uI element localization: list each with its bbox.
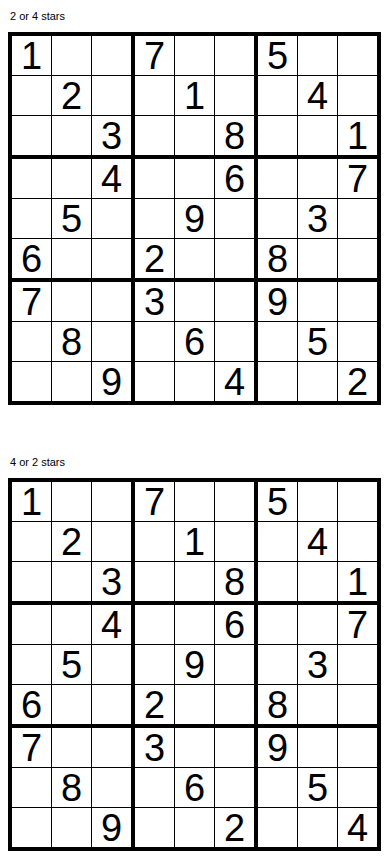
cell-r9c2 — [51, 807, 91, 847]
cell-r6c7: 8 — [254, 238, 297, 278]
sudoku-sheet: 2 or 4 stars 175214381467593628739865942… — [0, 0, 389, 857]
cell-r9c1 — [12, 807, 51, 847]
cell-r4c5 — [174, 601, 214, 644]
cell-r8c6 — [214, 767, 254, 807]
cell-r4c9: 7 — [337, 155, 377, 198]
cell-r9c4 — [131, 361, 174, 401]
cell-r4c1 — [12, 601, 51, 644]
cell-r3c8 — [297, 115, 337, 155]
cell-r1c7: 5 — [254, 36, 297, 75]
cell-r7c3 — [91, 724, 131, 767]
cell-r3c9: 1 — [337, 115, 377, 155]
cell-r1c9 — [337, 36, 377, 75]
cell-r3c4 — [131, 561, 174, 601]
cell-r2c5: 1 — [174, 75, 214, 115]
cell-r1c4: 7 — [131, 36, 174, 75]
cell-r2c2: 2 — [51, 521, 91, 561]
cell-r9c8 — [297, 361, 337, 401]
cell-r6c8 — [297, 684, 337, 724]
cell-r1c6 — [214, 36, 254, 75]
cell-r3c7 — [254, 561, 297, 601]
cell-r7c6 — [214, 724, 254, 767]
cell-r1c6 — [214, 482, 254, 521]
cell-r1c8 — [297, 482, 337, 521]
cell-r9c9: 4 — [337, 807, 377, 847]
puzzle-label: 2 or 4 stars — [10, 10, 381, 23]
puzzle-section-1: 2 or 4 stars 175214381467593628739865942 — [8, 10, 381, 405]
cell-r6c5 — [174, 684, 214, 724]
cell-r3c3: 3 — [91, 561, 131, 601]
cell-r2c5: 1 — [174, 521, 214, 561]
cell-r6c2 — [51, 238, 91, 278]
cell-r2c9 — [337, 521, 377, 561]
cell-r7c4: 3 — [131, 724, 174, 767]
cell-r7c4: 3 — [131, 278, 174, 321]
cell-r4c4 — [131, 155, 174, 198]
cell-r1c2 — [51, 36, 91, 75]
cell-r7c8 — [297, 724, 337, 767]
cell-r5c4 — [131, 198, 174, 238]
cell-r4c5 — [174, 155, 214, 198]
cell-r6c3 — [91, 238, 131, 278]
cell-r8c7 — [254, 321, 297, 361]
cell-r6c1: 6 — [12, 684, 51, 724]
cell-r6c9 — [337, 684, 377, 724]
cell-r3c1 — [12, 561, 51, 601]
cell-r4c7 — [254, 155, 297, 198]
cell-r6c4: 2 — [131, 238, 174, 278]
cell-r7c3 — [91, 278, 131, 321]
cell-r4c2 — [51, 155, 91, 198]
cell-r7c2 — [51, 278, 91, 321]
cell-r9c1 — [12, 361, 51, 401]
cell-r3c6: 8 — [214, 115, 254, 155]
cell-r2c9 — [337, 75, 377, 115]
cell-r6c3 — [91, 684, 131, 724]
cell-r1c3 — [91, 36, 131, 75]
cell-r8c2: 8 — [51, 321, 91, 361]
cell-r1c5 — [174, 36, 214, 75]
cell-r1c9 — [337, 482, 377, 521]
cell-r7c9 — [337, 278, 377, 321]
cell-r2c7 — [254, 75, 297, 115]
cell-r2c7 — [254, 521, 297, 561]
cell-r3c1 — [12, 115, 51, 155]
cell-r2c4 — [131, 75, 174, 115]
cell-r2c8: 4 — [297, 521, 337, 561]
cell-r4c6: 6 — [214, 155, 254, 198]
cell-r3c5 — [174, 561, 214, 601]
cell-r5c2: 5 — [51, 644, 91, 684]
cell-r7c1: 7 — [12, 724, 51, 767]
cell-r8c3 — [91, 321, 131, 361]
cell-r5c5: 9 — [174, 198, 214, 238]
cell-r3c7 — [254, 115, 297, 155]
cell-r6c4: 2 — [131, 684, 174, 724]
cell-r2c2: 2 — [51, 75, 91, 115]
cell-r1c1: 1 — [12, 482, 51, 521]
cell-r3c5 — [174, 115, 214, 155]
cell-r2c3 — [91, 521, 131, 561]
cell-r1c3 — [91, 482, 131, 521]
cell-r5c9 — [337, 644, 377, 684]
sudoku-board: 175214381467593628739865942 — [8, 32, 381, 405]
cell-r8c4 — [131, 767, 174, 807]
cell-r1c8 — [297, 36, 337, 75]
cell-r7c2 — [51, 724, 91, 767]
cell-r4c9: 7 — [337, 601, 377, 644]
puzzle-label: 4 or 2 stars — [10, 456, 381, 469]
cell-r5c3 — [91, 198, 131, 238]
cell-r9c3: 9 — [91, 807, 131, 847]
cell-r5c8: 3 — [297, 198, 337, 238]
cell-r1c2 — [51, 482, 91, 521]
cell-r7c9 — [337, 724, 377, 767]
cell-r8c3 — [91, 767, 131, 807]
cell-r6c5 — [174, 238, 214, 278]
cell-r4c3: 4 — [91, 155, 131, 198]
cell-r9c3: 9 — [91, 361, 131, 401]
cell-r4c1 — [12, 155, 51, 198]
cell-r9c9: 2 — [337, 361, 377, 401]
cell-r1c1: 1 — [12, 36, 51, 75]
cell-r2c3 — [91, 75, 131, 115]
cell-r3c8 — [297, 561, 337, 601]
cell-r1c7: 5 — [254, 482, 297, 521]
sudoku-board: 175214381467593628739865924 — [8, 478, 381, 851]
cell-r5c6 — [214, 198, 254, 238]
cell-r3c3: 3 — [91, 115, 131, 155]
cell-r1c5 — [174, 482, 214, 521]
cell-r8c1 — [12, 321, 51, 361]
cell-r6c7: 8 — [254, 684, 297, 724]
cell-r4c6: 6 — [214, 601, 254, 644]
cell-r4c4 — [131, 601, 174, 644]
cell-r2c4 — [131, 521, 174, 561]
cell-r9c6: 2 — [214, 807, 254, 847]
cell-r9c6: 4 — [214, 361, 254, 401]
cell-r9c2 — [51, 361, 91, 401]
cell-r5c4 — [131, 644, 174, 684]
puzzle-section-2: 4 or 2 stars 175214381467593628739865924 — [8, 456, 381, 851]
cell-r2c1 — [12, 521, 51, 561]
cell-r7c6 — [214, 278, 254, 321]
cell-r8c1 — [12, 767, 51, 807]
cell-r5c6 — [214, 644, 254, 684]
cell-r3c2 — [51, 115, 91, 155]
cell-r8c5: 6 — [174, 321, 214, 361]
cell-r2c6 — [214, 75, 254, 115]
cell-r5c5: 9 — [174, 644, 214, 684]
cell-r8c6 — [214, 321, 254, 361]
cell-r8c9 — [337, 321, 377, 361]
cell-r7c1: 7 — [12, 278, 51, 321]
cell-r2c1 — [12, 75, 51, 115]
cell-r1c4: 7 — [131, 482, 174, 521]
cell-r9c5 — [174, 361, 214, 401]
cell-r6c6 — [214, 684, 254, 724]
cell-r5c9 — [337, 198, 377, 238]
cell-r2c8: 4 — [297, 75, 337, 115]
cell-r8c9 — [337, 767, 377, 807]
cell-r5c2: 5 — [51, 198, 91, 238]
cell-r7c7: 9 — [254, 724, 297, 767]
cell-r6c6 — [214, 238, 254, 278]
cell-r4c8 — [297, 155, 337, 198]
cell-r8c8: 5 — [297, 767, 337, 807]
cell-r5c8: 3 — [297, 644, 337, 684]
cell-r4c7 — [254, 601, 297, 644]
cell-r7c5 — [174, 724, 214, 767]
cell-r5c3 — [91, 644, 131, 684]
cell-r6c8 — [297, 238, 337, 278]
cell-r4c3: 4 — [91, 601, 131, 644]
cell-r5c1 — [12, 644, 51, 684]
cell-r4c2 — [51, 601, 91, 644]
cell-r3c4 — [131, 115, 174, 155]
cell-r3c9: 1 — [337, 561, 377, 601]
cell-r9c5 — [174, 807, 214, 847]
cell-r3c2 — [51, 561, 91, 601]
cell-r6c2 — [51, 684, 91, 724]
cell-r7c7: 9 — [254, 278, 297, 321]
cell-r8c2: 8 — [51, 767, 91, 807]
cell-r6c9 — [337, 238, 377, 278]
cell-r7c8 — [297, 278, 337, 321]
cell-r9c7 — [254, 361, 297, 401]
cell-r5c7 — [254, 198, 297, 238]
cell-r9c7 — [254, 807, 297, 847]
cell-r5c7 — [254, 644, 297, 684]
cell-r8c5: 6 — [174, 767, 214, 807]
cell-r3c6: 8 — [214, 561, 254, 601]
cell-r6c1: 6 — [12, 238, 51, 278]
cell-r7c5 — [174, 278, 214, 321]
cell-r9c8 — [297, 807, 337, 847]
cell-r8c4 — [131, 321, 174, 361]
cell-r9c4 — [131, 807, 174, 847]
cell-r4c8 — [297, 601, 337, 644]
cell-r8c8: 5 — [297, 321, 337, 361]
cell-r5c1 — [12, 198, 51, 238]
cell-r2c6 — [214, 521, 254, 561]
cell-r8c7 — [254, 767, 297, 807]
